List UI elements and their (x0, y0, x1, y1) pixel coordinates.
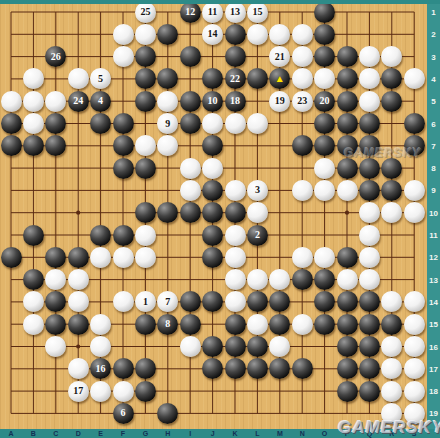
black-stone[interactable] (202, 135, 223, 156)
black-stone[interactable] (337, 247, 358, 268)
white-stone[interactable] (113, 46, 134, 67)
white-stone[interactable] (247, 202, 268, 223)
black-stone[interactable] (202, 180, 223, 201)
row-label: 5 (427, 97, 440, 106)
black-stone[interactable] (381, 68, 402, 89)
black-stone[interactable] (359, 291, 380, 312)
black-stone[interactable] (247, 68, 268, 89)
white-stone[interactable] (314, 247, 335, 268)
black-stone[interactable] (135, 314, 156, 335)
white-stone[interactable] (90, 247, 111, 268)
white-stone[interactable] (90, 314, 111, 335)
row-label: 3 (427, 52, 440, 61)
black-stone[interactable]: 2 (247, 225, 268, 246)
black-stone[interactable] (113, 135, 134, 156)
white-stone[interactable] (337, 269, 358, 290)
white-stone[interactable] (359, 46, 380, 67)
column-label: J (211, 430, 215, 437)
black-stone[interactable] (314, 2, 335, 23)
white-stone[interactable] (269, 336, 290, 357)
black-stone[interactable] (180, 113, 201, 134)
move-number-label: 18 (230, 96, 240, 106)
white-stone[interactable] (113, 381, 134, 402)
white-stone[interactable] (292, 24, 313, 45)
move-number-label: 7 (165, 297, 170, 307)
column-label: I (189, 430, 191, 437)
black-stone[interactable] (337, 68, 358, 89)
white-stone[interactable] (202, 158, 223, 179)
move-number-label: 5 (98, 74, 103, 84)
white-stone[interactable]: 7 (157, 291, 178, 312)
white-stone[interactable] (68, 291, 89, 312)
move-number-label: 22 (230, 74, 240, 84)
black-stone[interactable] (113, 113, 134, 134)
white-stone[interactable] (225, 291, 246, 312)
black-stone[interactable] (381, 180, 402, 201)
white-stone[interactable] (23, 113, 44, 134)
white-stone[interactable] (225, 269, 246, 290)
black-stone[interactable] (113, 358, 134, 379)
white-stone[interactable] (180, 336, 201, 357)
black-stone[interactable] (1, 135, 22, 156)
white-stone[interactable] (292, 314, 313, 335)
column-label: K (232, 430, 237, 437)
white-stone[interactable] (404, 202, 425, 223)
black-stone[interactable] (225, 358, 246, 379)
white-stone[interactable] (68, 269, 89, 290)
black-stone[interactable] (359, 381, 380, 402)
white-stone[interactable] (247, 24, 268, 45)
column-label: O (322, 430, 327, 437)
black-stone[interactable] (225, 336, 246, 357)
white-stone[interactable] (113, 24, 134, 45)
white-stone[interactable]: 17 (68, 381, 89, 402)
black-stone[interactable] (180, 291, 201, 312)
move-number-label: 13 (230, 7, 240, 17)
white-stone[interactable] (381, 381, 402, 402)
white-stone[interactable] (113, 247, 134, 268)
black-stone[interactable]: 4 (90, 91, 111, 112)
white-stone[interactable] (359, 269, 380, 290)
black-stone[interactable] (180, 202, 201, 223)
move-number-label: 25 (140, 7, 150, 17)
black-stone[interactable]: 20 (314, 91, 335, 112)
black-stone[interactable] (337, 358, 358, 379)
black-stone[interactable]: 26 (45, 46, 66, 67)
white-stone[interactable] (157, 91, 178, 112)
white-stone[interactable]: 1 (135, 291, 156, 312)
black-stone[interactable] (1, 113, 22, 134)
move-number-label: 15 (252, 7, 262, 17)
black-stone[interactable] (202, 225, 223, 246)
black-stone[interactable]: ▲ (269, 68, 290, 89)
white-stone[interactable] (314, 180, 335, 201)
white-stone[interactable] (269, 269, 290, 290)
black-stone[interactable] (314, 135, 335, 156)
black-stone[interactable] (23, 135, 44, 156)
black-stone[interactable]: 22 (225, 68, 246, 89)
white-stone[interactable] (180, 158, 201, 179)
watermark-bottom: GAMERSKY (338, 418, 440, 438)
white-stone[interactable] (225, 180, 246, 201)
move-number-label: 12 (185, 7, 195, 17)
white-stone[interactable] (247, 113, 268, 134)
black-stone[interactable] (135, 358, 156, 379)
black-stone[interactable] (113, 158, 134, 179)
white-stone[interactable] (381, 291, 402, 312)
column-label: B (31, 430, 36, 437)
black-stone[interactable] (381, 314, 402, 335)
move-number-label: 16 (96, 364, 106, 374)
white-stone[interactable]: 21 (269, 46, 290, 67)
white-stone[interactable] (23, 291, 44, 312)
white-stone[interactable]: 14 (202, 24, 223, 45)
black-stone[interactable]: 16 (90, 358, 111, 379)
move-number-label: 2 (255, 230, 260, 240)
column-label: M (277, 430, 283, 437)
white-stone[interactable] (359, 202, 380, 223)
move-number-label: 24 (73, 96, 83, 106)
white-stone[interactable] (404, 180, 425, 201)
black-stone[interactable] (68, 247, 89, 268)
black-stone[interactable] (202, 202, 223, 223)
black-stone[interactable] (180, 46, 201, 67)
white-stone[interactable] (381, 202, 402, 223)
column-label: A (8, 430, 13, 437)
black-stone[interactable] (292, 269, 313, 290)
black-stone[interactable] (45, 113, 66, 134)
row-label: 17 (427, 364, 440, 373)
white-stone[interactable] (157, 135, 178, 156)
move-number-label: 10 (208, 96, 218, 106)
move-number-label: 14 (208, 29, 218, 39)
black-stone[interactable] (359, 180, 380, 201)
black-stone[interactable] (337, 314, 358, 335)
white-stone[interactable] (135, 247, 156, 268)
white-stone[interactable] (404, 358, 425, 379)
move-number-label: 9 (165, 119, 170, 129)
black-stone[interactable] (45, 247, 66, 268)
row-label: 9 (427, 186, 440, 195)
black-stone[interactable] (337, 91, 358, 112)
black-stone[interactable] (23, 225, 44, 246)
black-stone[interactable] (135, 381, 156, 402)
black-stone[interactable] (247, 358, 268, 379)
black-stone[interactable] (359, 158, 380, 179)
black-stone[interactable] (314, 291, 335, 312)
white-stone[interactable]: 11 (202, 2, 223, 23)
white-stone[interactable] (135, 135, 156, 156)
column-label: H (165, 430, 170, 437)
white-stone[interactable] (404, 381, 425, 402)
move-number-label: 23 (297, 96, 307, 106)
white-stone[interactable] (404, 68, 425, 89)
black-stone[interactable] (90, 113, 111, 134)
black-stone[interactable] (202, 68, 223, 89)
move-number-label: 1 (143, 297, 148, 307)
white-stone[interactable] (292, 180, 313, 201)
black-stone[interactable] (404, 113, 425, 134)
black-stone[interactable] (135, 46, 156, 67)
row-label: 12 (427, 253, 440, 262)
black-stone[interactable] (202, 247, 223, 268)
black-stone[interactable] (359, 336, 380, 357)
white-stone[interactable]: 23 (292, 91, 313, 112)
black-stone[interactable] (337, 291, 358, 312)
column-label: N (300, 430, 305, 437)
white-stone[interactable] (269, 24, 290, 45)
white-stone[interactable] (45, 269, 66, 290)
black-stone[interactable] (202, 336, 223, 357)
black-stone[interactable] (90, 225, 111, 246)
black-stone[interactable] (292, 135, 313, 156)
white-stone[interactable] (23, 68, 44, 89)
black-stone[interactable] (225, 314, 246, 335)
column-label: D (76, 430, 81, 437)
move-number-label: 20 (320, 96, 330, 106)
black-stone[interactable]: 12 (180, 2, 201, 23)
move-number-label: 8 (165, 319, 170, 329)
white-stone[interactable] (1, 91, 22, 112)
white-stone[interactable] (292, 247, 313, 268)
black-stone[interactable] (337, 113, 358, 134)
white-stone[interactable] (314, 68, 335, 89)
white-stone[interactable] (404, 314, 425, 335)
black-stone[interactable] (359, 314, 380, 335)
white-stone[interactable] (135, 24, 156, 45)
black-stone[interactable] (68, 314, 89, 335)
white-stone[interactable] (381, 336, 402, 357)
black-stone[interactable] (157, 202, 178, 223)
white-stone[interactable] (225, 225, 246, 246)
black-stone[interactable] (157, 24, 178, 45)
black-stone[interactable] (135, 202, 156, 223)
white-stone[interactable] (202, 113, 223, 134)
white-stone[interactable] (23, 91, 44, 112)
black-stone[interactable] (180, 314, 201, 335)
white-stone[interactable] (23, 314, 44, 335)
white-stone[interactable] (381, 46, 402, 67)
row-label: 7 (427, 141, 440, 150)
move-number-label: 3 (255, 185, 260, 195)
white-stone[interactable] (225, 113, 246, 134)
black-stone[interactable] (45, 135, 66, 156)
black-stone[interactable] (337, 46, 358, 67)
white-stone[interactable] (45, 91, 66, 112)
black-stone[interactable] (157, 68, 178, 89)
white-stone[interactable]: 19 (269, 91, 290, 112)
watermark-center: GAMERSKY (344, 146, 421, 160)
white-stone[interactable] (45, 336, 66, 357)
column-label: C (53, 430, 58, 437)
white-stone[interactable] (292, 68, 313, 89)
white-stone[interactable] (359, 225, 380, 246)
black-stone[interactable] (45, 291, 66, 312)
black-stone[interactable] (269, 314, 290, 335)
black-stone[interactable] (180, 91, 201, 112)
row-coordinate-strip: 12345678910111213141516171819 (427, 4, 440, 430)
white-stone[interactable]: 25 (135, 2, 156, 23)
black-stone[interactable] (135, 91, 156, 112)
black-stone[interactable]: 18 (225, 91, 246, 112)
black-stone[interactable] (1, 247, 22, 268)
white-stone[interactable] (225, 247, 246, 268)
move-number-label: 21 (275, 52, 285, 62)
row-label: 15 (427, 320, 440, 329)
black-stone[interactable] (225, 24, 246, 45)
white-stone[interactable] (359, 68, 380, 89)
black-stone[interactable] (202, 358, 223, 379)
black-stone[interactable] (157, 403, 178, 424)
white-stone[interactable] (359, 247, 380, 268)
black-stone[interactable] (337, 336, 358, 357)
black-stone[interactable] (314, 113, 335, 134)
black-stone[interactable] (269, 291, 290, 312)
white-stone[interactable]: 5 (90, 68, 111, 89)
row-label: 6 (427, 119, 440, 128)
white-stone[interactable] (90, 381, 111, 402)
black-stone[interactable] (135, 68, 156, 89)
column-label: E (98, 430, 103, 437)
black-stone[interactable] (135, 158, 156, 179)
column-label: L (255, 430, 259, 437)
white-stone[interactable] (337, 180, 358, 201)
black-stone[interactable] (359, 113, 380, 134)
white-stone[interactable] (292, 46, 313, 67)
move-number-label: 19 (275, 96, 285, 106)
black-stone[interactable]: 10 (202, 91, 223, 112)
black-stone[interactable] (314, 46, 335, 67)
black-stone[interactable]: 24 (68, 91, 89, 112)
black-stone[interactable] (314, 314, 335, 335)
white-stone[interactable]: 15 (247, 2, 268, 23)
move-number-label: 26 (51, 52, 61, 62)
row-label: 11 (427, 231, 440, 240)
white-stone[interactable]: 9 (157, 113, 178, 134)
black-stone[interactable] (225, 46, 246, 67)
white-stone[interactable] (404, 291, 425, 312)
black-stone[interactable] (314, 24, 335, 45)
row-label: 18 (427, 387, 440, 396)
move-number-label: 17 (73, 386, 83, 396)
row-label: 4 (427, 74, 440, 83)
black-stone[interactable] (381, 91, 402, 112)
row-label: 8 (427, 164, 440, 173)
move-number-label: 6 (121, 408, 126, 418)
row-label: 13 (427, 275, 440, 284)
black-stone[interactable] (269, 358, 290, 379)
white-stone[interactable] (404, 336, 425, 357)
black-stone[interactable] (247, 336, 268, 357)
black-stone[interactable] (292, 358, 313, 379)
white-stone[interactable] (359, 91, 380, 112)
black-stone[interactable] (113, 225, 134, 246)
row-label: 1 (427, 8, 440, 17)
white-stone[interactable] (68, 358, 89, 379)
black-stone[interactable] (45, 314, 66, 335)
black-stone[interactable]: 6 (113, 403, 134, 424)
go-board-screenshot: 2512111315142621522▲24410181923209321781… (0, 0, 440, 438)
stones-layer: 2512111315142621522▲24410181923209321781… (0, 0, 440, 438)
white-stone[interactable]: 13 (225, 2, 246, 23)
white-stone[interactable] (314, 158, 335, 179)
black-stone[interactable] (337, 158, 358, 179)
row-label: 2 (427, 30, 440, 39)
white-stone[interactable] (247, 269, 268, 290)
black-stone[interactable] (359, 358, 380, 379)
white-stone[interactable] (68, 68, 89, 89)
row-label: 10 (427, 208, 440, 217)
top-border-strip (0, 0, 440, 4)
white-stone[interactable] (90, 336, 111, 357)
white-stone[interactable]: 3 (247, 180, 268, 201)
column-label: G (143, 430, 148, 437)
white-stone[interactable] (381, 358, 402, 379)
black-stone[interactable] (314, 269, 335, 290)
column-label: F (121, 430, 125, 437)
black-stone[interactable] (225, 202, 246, 223)
white-stone[interactable] (113, 291, 134, 312)
black-stone[interactable]: 8 (157, 314, 178, 335)
white-stone[interactable] (180, 180, 201, 201)
row-label: 14 (427, 297, 440, 306)
black-stone[interactable] (381, 158, 402, 179)
black-stone[interactable] (23, 269, 44, 290)
row-label: 19 (427, 409, 440, 418)
white-stone[interactable] (135, 225, 156, 246)
triangle-mark: ▲ (275, 74, 285, 84)
black-stone[interactable] (337, 381, 358, 402)
move-number-label: 11 (208, 7, 217, 17)
black-stone[interactable] (247, 291, 268, 312)
row-label: 16 (427, 342, 440, 351)
black-stone[interactable] (202, 291, 223, 312)
white-stone[interactable] (247, 314, 268, 335)
move-number-label: 4 (98, 96, 103, 106)
